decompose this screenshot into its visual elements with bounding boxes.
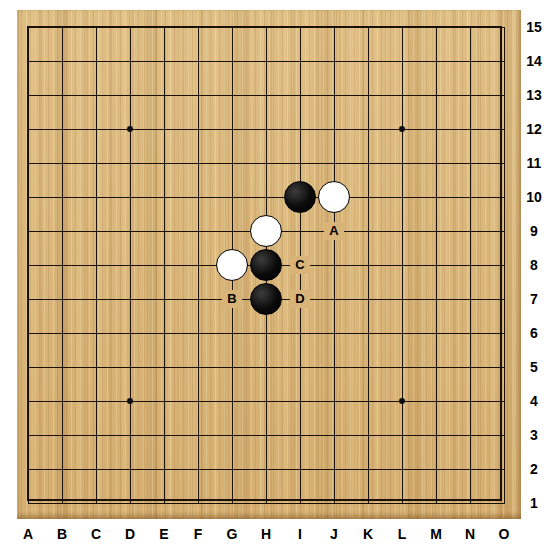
row-label: 6 (521, 325, 547, 341)
white-stone (250, 215, 282, 247)
point-label: B (222, 290, 242, 308)
go-diagram: ABCD ABCDEFGHIJKLMNO15141312111098765432… (0, 0, 549, 546)
column-label: E (153, 526, 175, 542)
star-point (399, 126, 405, 132)
grid-line-horizontal (28, 503, 505, 504)
row-label: 15 (521, 19, 547, 35)
white-stone (216, 249, 248, 281)
row-label: 5 (521, 359, 547, 375)
star-point (127, 126, 133, 132)
column-label: L (391, 526, 413, 542)
row-label: 11 (521, 155, 547, 171)
column-label: O (493, 526, 515, 542)
black-stone (284, 181, 316, 213)
point-label: A (324, 222, 344, 240)
point-label: D (290, 290, 310, 308)
column-label: D (119, 526, 141, 542)
row-label: 12 (521, 121, 547, 137)
black-stone (250, 283, 282, 315)
row-label: 13 (521, 87, 547, 103)
column-label: A (17, 526, 39, 542)
row-label: 4 (521, 393, 547, 409)
column-label: J (323, 526, 345, 542)
row-label: 10 (521, 189, 547, 205)
black-stone (250, 249, 282, 281)
row-label: 9 (521, 223, 547, 239)
column-label: F (187, 526, 209, 542)
row-label: 2 (521, 461, 547, 477)
point-label: C (290, 256, 310, 274)
row-label: 3 (521, 427, 547, 443)
star-point (399, 398, 405, 404)
column-label: M (425, 526, 447, 542)
row-label: 7 (521, 291, 547, 307)
star-point (127, 398, 133, 404)
column-label: K (357, 526, 379, 542)
row-label: 8 (521, 257, 547, 273)
white-stone (318, 181, 350, 213)
grid-line-vertical (504, 27, 505, 504)
row-label: 1 (521, 495, 547, 511)
column-label: N (459, 526, 481, 542)
column-label: H (255, 526, 277, 542)
column-label: B (51, 526, 73, 542)
column-label: G (221, 526, 243, 542)
column-label: I (289, 526, 311, 542)
column-label: C (85, 526, 107, 542)
row-label: 14 (521, 53, 547, 69)
